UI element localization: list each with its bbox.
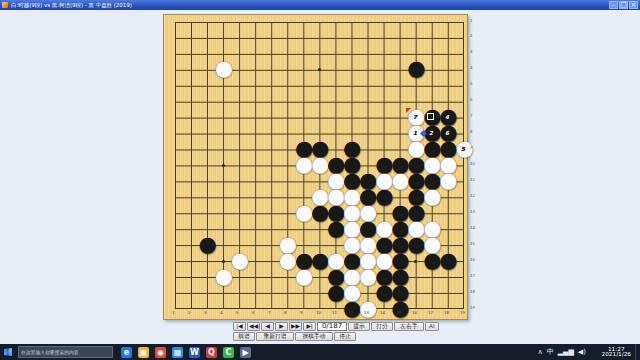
column-coordinate-label: 16 xyxy=(412,310,417,315)
black-stone[interactable]: ● xyxy=(327,285,343,301)
row-coordinate-label: 16 xyxy=(470,257,475,262)
column-coordinate-label: 18 xyxy=(444,310,449,315)
move-counter[interactable]: 0/187 xyxy=(317,322,347,331)
star-point xyxy=(222,260,225,263)
row-coordinate-label: 13 xyxy=(470,209,475,214)
network-icon[interactable]: ▂▄▆ xyxy=(558,348,574,356)
black-stone[interactable]: ● xyxy=(375,285,391,301)
volume-icon[interactable]: ◀) xyxy=(578,348,586,356)
tray-chevron-icon[interactable]: ∧ xyxy=(538,348,543,356)
black-stone[interactable]: ● xyxy=(407,61,423,77)
white-stone[interactable]: ● xyxy=(295,157,311,173)
title-bar: 白:时越(9段) vs 黑:柯洁(9段) - 黑 中盘胜 (2019) – □ … xyxy=(0,0,640,10)
start-button[interactable] xyxy=(0,344,16,360)
nav-button-fast-back[interactable]: ◀◀ xyxy=(247,322,260,331)
go-board[interactable]: ●●●7●●4●1●2●6●●●●●●●5●●●●●●●●●●●●●●●●●●●… xyxy=(163,14,468,320)
chrome-icon[interactable]: ◉ xyxy=(155,347,166,358)
window-title: 白:时越(9段) vs 黑:柯洁(9段) - 黑 中盘胜 (2019) xyxy=(11,1,351,8)
column-coordinate-label: 1 xyxy=(172,310,175,315)
show-desktop-button[interactable] xyxy=(635,344,638,360)
taskbar-clock[interactable]: 11:272021/1/26 xyxy=(601,347,631,357)
nav-button-back[interactable]: ◀ xyxy=(261,322,274,331)
search-placeholder: 在这里输入你要搜索的内容 xyxy=(21,349,79,356)
column-coordinate-label: 14 xyxy=(380,310,385,315)
column-coordinate-label: 8 xyxy=(284,310,287,315)
column-coordinate-label: 10 xyxy=(316,310,321,315)
column-coordinate-label: 13 xyxy=(364,310,369,315)
column-coordinate-label: 4 xyxy=(220,310,223,315)
toolbar-button[interactable]: 左右手 xyxy=(394,322,424,331)
row-coordinate-label: 19 xyxy=(470,305,475,310)
maximize-button[interactable]: □ xyxy=(619,1,628,9)
column-coordinate-label: 12 xyxy=(348,310,353,315)
white-stone[interactable]: ● xyxy=(279,253,295,269)
white-stone[interactable]: ● xyxy=(295,269,311,285)
column-coordinate-label: 17 xyxy=(428,310,433,315)
column-coordinate-label: 7 xyxy=(268,310,271,315)
app-window: 白:时越(9段) vs 黑:柯洁(9段) - 黑 中盘胜 (2019) – □ … xyxy=(0,0,640,360)
column-coordinate-label: 5 xyxy=(236,310,239,315)
black-stone[interactable]: ● xyxy=(311,253,327,269)
column-coordinate-label: 3 xyxy=(204,310,207,315)
nav-button-last[interactable]: ▶| xyxy=(303,322,316,331)
column-coordinate-label: 19 xyxy=(460,310,465,315)
edge-icon[interactable]: e xyxy=(121,347,132,358)
white-stone[interactable]: ● xyxy=(215,61,231,77)
taskbar-search-input[interactable]: 在这里输入你要搜索的内容 xyxy=(18,346,113,358)
row-coordinate-label: 2 xyxy=(470,33,473,38)
windows-logo-icon xyxy=(4,348,12,356)
column-coordinate-label: 2 xyxy=(188,310,191,315)
row-coordinate-label: 3 xyxy=(470,49,473,54)
current-move-square-marker xyxy=(427,113,434,120)
toolbar-button[interactable]: 重新打谱 xyxy=(256,332,294,341)
column-coordinate-label: 11 xyxy=(332,310,337,315)
row-coordinate-label: 7 xyxy=(470,113,473,118)
black-stone[interactable]: ● xyxy=(311,205,327,221)
white-stone[interactable]: ● xyxy=(215,269,231,285)
nav-button-fast-forward[interactable]: ▶▶ xyxy=(289,322,302,331)
white-stone[interactable]: ● xyxy=(311,157,327,173)
row-coordinate-label: 10 xyxy=(470,161,475,166)
row-coordinate-label: 15 xyxy=(470,241,475,246)
move-number-label: 5 xyxy=(458,144,468,154)
white-stone[interactable]: ● xyxy=(359,269,375,285)
minimize-button[interactable]: – xyxy=(609,1,618,9)
toolbar-button[interactable]: 停止 xyxy=(334,332,356,341)
white-stone[interactable]: ● xyxy=(391,173,407,189)
red-triangle-marker xyxy=(406,108,411,113)
row-coordinate-label: 4 xyxy=(470,65,473,70)
review-toolbar: |◀◀◀◀▶▶▶▶|0/187提示打分左右手AI 棋谱重新打谱摆棋手动停止 xyxy=(233,322,453,342)
black-stone[interactable]: ● xyxy=(439,253,455,269)
white-stone[interactable]: ● xyxy=(295,205,311,221)
toolbar-button[interactable]: 提示 xyxy=(348,322,370,331)
wechat-icon[interactable]: C xyxy=(223,347,234,358)
nav-button-forward[interactable]: ▶ xyxy=(275,322,288,331)
qq-icon[interactable]: Q xyxy=(206,347,217,358)
white-stone[interactable]: ● xyxy=(231,253,247,269)
row-coordinate-label: 5 xyxy=(470,81,473,86)
column-coordinate-label: 6 xyxy=(252,310,255,315)
row-coordinate-label: 6 xyxy=(470,97,473,102)
toolbar-button[interactable]: AI xyxy=(425,322,439,331)
star-point xyxy=(222,164,225,167)
row-coordinate-label: 12 xyxy=(470,193,475,198)
windows-taskbar: 在这里输入你要搜索的内容 e▣◉▦WQC▶ ∧ 中 ▂▄▆ ◀) 11:2720… xyxy=(0,344,640,360)
app-icon xyxy=(2,2,8,8)
row-coordinate-label: 1 xyxy=(470,18,473,23)
black-stone[interactable]: ● xyxy=(199,237,215,253)
player-icon[interactable]: ▶ xyxy=(240,347,251,358)
row-coordinate-label: 11 xyxy=(470,177,475,182)
ime-indicator[interactable]: 中 xyxy=(547,347,554,357)
black-stone[interactable]: ● xyxy=(327,221,343,237)
column-coordinate-label: 9 xyxy=(300,310,303,315)
store-icon[interactable]: ▦ xyxy=(172,347,183,358)
black-stone[interactable]: ● xyxy=(375,189,391,205)
column-coordinate-label: 15 xyxy=(396,310,401,315)
nav-button-first[interactable]: |◀ xyxy=(233,322,246,331)
row-coordinate-label: 18 xyxy=(470,289,475,294)
black-stone[interactable]: ● xyxy=(423,253,439,269)
toolbar-button[interactable]: 摆棋手动 xyxy=(295,332,333,341)
close-button[interactable]: × xyxy=(629,1,638,9)
row-coordinate-label: 14 xyxy=(470,225,475,230)
row-coordinate-label: 17 xyxy=(470,273,475,278)
toolbar-button[interactable]: 棋谱 xyxy=(233,332,255,341)
word-icon[interactable]: W xyxy=(189,347,200,358)
row-coordinate-label: 9 xyxy=(470,145,473,150)
explorer-icon[interactable]: ▣ xyxy=(138,347,149,358)
toolbar-button[interactable]: 打分 xyxy=(371,322,393,331)
row-coordinate-label: 8 xyxy=(470,129,473,134)
